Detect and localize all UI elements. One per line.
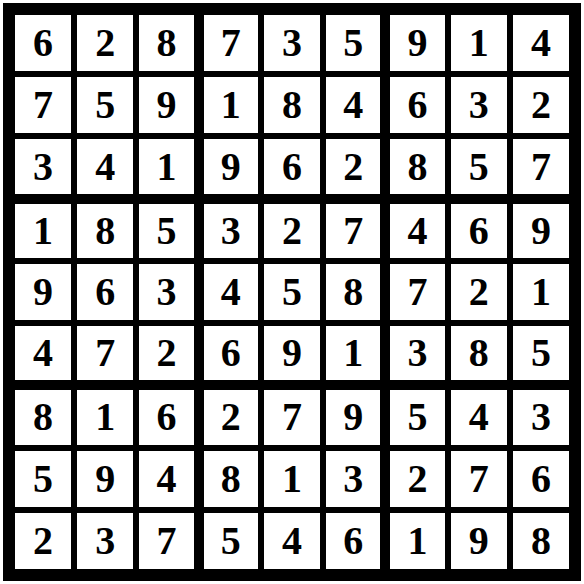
cell-r9c7[interactable]: 1 bbox=[385, 510, 447, 572]
cell-r5c1[interactable]: 9 bbox=[12, 261, 74, 323]
cell-r3c5[interactable]: 6 bbox=[261, 136, 323, 198]
cell-r5c6[interactable]: 8 bbox=[323, 261, 385, 323]
cell-r9c5[interactable]: 4 bbox=[261, 510, 323, 572]
cell-r5c3[interactable]: 3 bbox=[136, 261, 198, 323]
cell-r7c9[interactable]: 3 bbox=[510, 385, 572, 447]
cell-r5c7[interactable]: 7 bbox=[385, 261, 447, 323]
cell-r4c3[interactable]: 5 bbox=[136, 199, 198, 261]
cell-r1c7[interactable]: 9 bbox=[385, 12, 447, 74]
cell-r3c2[interactable]: 4 bbox=[74, 136, 136, 198]
cell-r8c6[interactable]: 3 bbox=[323, 448, 385, 510]
cell-r1c1[interactable]: 6 bbox=[12, 12, 74, 74]
cell-r8c7[interactable]: 2 bbox=[385, 448, 447, 510]
cell-r9c1[interactable]: 2 bbox=[12, 510, 74, 572]
cell-r9c3[interactable]: 7 bbox=[136, 510, 198, 572]
cell-r4c9[interactable]: 9 bbox=[510, 199, 572, 261]
cell-r8c5[interactable]: 1 bbox=[261, 448, 323, 510]
cell-r3c9[interactable]: 7 bbox=[510, 136, 572, 198]
cell-r6c5[interactable]: 9 bbox=[261, 323, 323, 385]
cell-r9c6[interactable]: 6 bbox=[323, 510, 385, 572]
cell-r9c8[interactable]: 9 bbox=[448, 510, 510, 572]
cell-r3c6[interactable]: 2 bbox=[323, 136, 385, 198]
cell-r6c1[interactable]: 4 bbox=[12, 323, 74, 385]
cell-r4c2[interactable]: 8 bbox=[74, 199, 136, 261]
cell-r2c3[interactable]: 9 bbox=[136, 74, 198, 136]
cell-r5c8[interactable]: 2 bbox=[448, 261, 510, 323]
cell-r8c2[interactable]: 9 bbox=[74, 448, 136, 510]
cell-r8c3[interactable]: 4 bbox=[136, 448, 198, 510]
cell-r3c7[interactable]: 8 bbox=[385, 136, 447, 198]
cell-r1c3[interactable]: 8 bbox=[136, 12, 198, 74]
cell-r2c9[interactable]: 2 bbox=[510, 74, 572, 136]
cell-r9c2[interactable]: 3 bbox=[74, 510, 136, 572]
cell-r2c4[interactable]: 1 bbox=[199, 74, 261, 136]
cell-r7c3[interactable]: 6 bbox=[136, 385, 198, 447]
cell-r3c3[interactable]: 1 bbox=[136, 136, 198, 198]
cell-r8c4[interactable]: 8 bbox=[199, 448, 261, 510]
cell-r1c6[interactable]: 5 bbox=[323, 12, 385, 74]
cell-r4c5[interactable]: 2 bbox=[261, 199, 323, 261]
cell-r2c6[interactable]: 4 bbox=[323, 74, 385, 136]
cell-r1c9[interactable]: 4 bbox=[510, 12, 572, 74]
cell-r1c8[interactable]: 1 bbox=[448, 12, 510, 74]
cell-r6c7[interactable]: 3 bbox=[385, 323, 447, 385]
cell-r5c2[interactable]: 6 bbox=[74, 261, 136, 323]
cell-r8c8[interactable]: 7 bbox=[448, 448, 510, 510]
cell-r6c8[interactable]: 8 bbox=[448, 323, 510, 385]
cell-r1c2[interactable]: 2 bbox=[74, 12, 136, 74]
cell-r5c5[interactable]: 5 bbox=[261, 261, 323, 323]
cell-r4c6[interactable]: 7 bbox=[323, 199, 385, 261]
cell-r7c7[interactable]: 5 bbox=[385, 385, 447, 447]
cell-r8c9[interactable]: 6 bbox=[510, 448, 572, 510]
cell-r6c6[interactable]: 1 bbox=[323, 323, 385, 385]
cell-r7c5[interactable]: 7 bbox=[261, 385, 323, 447]
cell-r6c3[interactable]: 2 bbox=[136, 323, 198, 385]
cell-r2c7[interactable]: 6 bbox=[385, 74, 447, 136]
cell-r6c9[interactable]: 5 bbox=[510, 323, 572, 385]
cell-r1c4[interactable]: 7 bbox=[199, 12, 261, 74]
cell-r4c1[interactable]: 1 bbox=[12, 199, 74, 261]
cell-r7c1[interactable]: 8 bbox=[12, 385, 74, 447]
cell-r8c1[interactable]: 5 bbox=[12, 448, 74, 510]
cell-r7c8[interactable]: 4 bbox=[448, 385, 510, 447]
cell-r2c1[interactable]: 7 bbox=[12, 74, 74, 136]
cell-r6c2[interactable]: 7 bbox=[74, 323, 136, 385]
cell-r6c4[interactable]: 6 bbox=[199, 323, 261, 385]
cell-r4c8[interactable]: 6 bbox=[448, 199, 510, 261]
sudoku-board: 6287359147591846323419628571853274699634… bbox=[3, 3, 581, 581]
cell-r2c5[interactable]: 8 bbox=[261, 74, 323, 136]
cell-r5c4[interactable]: 4 bbox=[199, 261, 261, 323]
cell-r4c4[interactable]: 3 bbox=[199, 199, 261, 261]
cell-r2c2[interactable]: 5 bbox=[74, 74, 136, 136]
cell-r1c5[interactable]: 3 bbox=[261, 12, 323, 74]
cell-r7c2[interactable]: 1 bbox=[74, 385, 136, 447]
page-background: 6287359147591846323419628571853274699634… bbox=[0, 0, 584, 584]
cell-r3c4[interactable]: 9 bbox=[199, 136, 261, 198]
cell-r5c9[interactable]: 1 bbox=[510, 261, 572, 323]
cell-r4c7[interactable]: 4 bbox=[385, 199, 447, 261]
cell-r9c9[interactable]: 8 bbox=[510, 510, 572, 572]
cell-r7c4[interactable]: 2 bbox=[199, 385, 261, 447]
cell-r3c8[interactable]: 5 bbox=[448, 136, 510, 198]
cell-r2c8[interactable]: 3 bbox=[448, 74, 510, 136]
cell-r3c1[interactable]: 3 bbox=[12, 136, 74, 198]
cell-r9c4[interactable]: 5 bbox=[199, 510, 261, 572]
cell-r7c6[interactable]: 9 bbox=[323, 385, 385, 447]
